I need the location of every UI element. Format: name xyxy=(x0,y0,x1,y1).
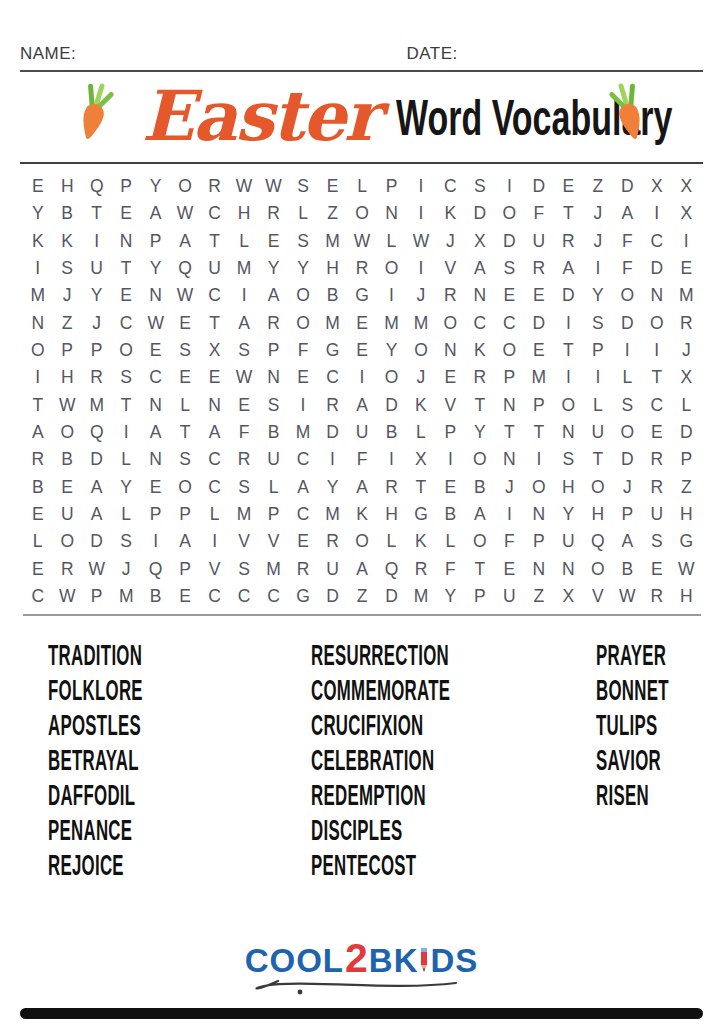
grid-cell-r14c12[interactable]: O xyxy=(347,528,376,555)
grid-cell-r11c9[interactable]: U xyxy=(259,446,288,473)
grid-cell-r14c7[interactable]: I xyxy=(200,528,229,555)
grid-cell-r9c4[interactable]: T xyxy=(111,392,140,419)
grid-cell-r5c16[interactable]: N xyxy=(465,282,494,309)
grid-cell-r2c21[interactable]: A xyxy=(613,200,642,227)
grid-cell-r1c18[interactable]: D xyxy=(524,173,553,200)
grid-cell-r14c18[interactable]: P xyxy=(524,528,553,555)
grid-cell-r9c17[interactable]: N xyxy=(495,392,524,419)
grid-cell-r7c19[interactable]: T xyxy=(554,337,583,364)
grid-cell-r4c19[interactable]: A xyxy=(554,255,583,282)
grid-cell-r12c15[interactable]: E xyxy=(436,473,465,500)
grid-cell-r6c12[interactable]: E xyxy=(347,310,376,337)
grid-cell-r10c12[interactable]: U xyxy=(347,419,376,446)
date-blank-line[interactable] xyxy=(458,44,703,64)
grid-cell-r4c13[interactable]: O xyxy=(377,255,406,282)
grid-cell-r16c3[interactable]: P xyxy=(82,583,111,610)
grid-cell-r14c20[interactable]: Q xyxy=(583,528,612,555)
grid-cell-r12c22[interactable]: R xyxy=(642,473,671,500)
grid-cell-r10c21[interactable]: O xyxy=(613,419,642,446)
grid-cell-r3c20[interactable]: J xyxy=(583,228,612,255)
grid-cell-r15c19[interactable]: N xyxy=(554,555,583,582)
grid-cell-r5c6[interactable]: W xyxy=(170,282,199,309)
grid-cell-r14c5[interactable]: I xyxy=(141,528,170,555)
grid-cell-r5c15[interactable]: R xyxy=(436,282,465,309)
grid-cell-r14c14[interactable]: K xyxy=(406,528,435,555)
grid-cell-r5c9[interactable]: A xyxy=(259,282,288,309)
grid-cell-r4c7[interactable]: U xyxy=(200,255,229,282)
grid-cell-r13c18[interactable]: N xyxy=(524,501,553,528)
grid-cell-r13c19[interactable]: Y xyxy=(554,501,583,528)
grid-cell-r2c20[interactable]: J xyxy=(583,200,612,227)
grid-cell-r9c12[interactable]: A xyxy=(347,392,376,419)
name-blank-line[interactable] xyxy=(76,44,406,64)
grid-cell-r11c13[interactable]: I xyxy=(377,446,406,473)
grid-cell-r9c2[interactable]: W xyxy=(52,392,81,419)
grid-cell-r6c1[interactable]: N xyxy=(23,310,52,337)
grid-cell-r6c6[interactable]: E xyxy=(170,310,199,337)
grid-cell-r10c1[interactable]: A xyxy=(23,419,52,446)
grid-cell-r16c15[interactable]: Y xyxy=(436,583,465,610)
grid-cell-r9c6[interactable]: L xyxy=(170,392,199,419)
grid-cell-r1c3[interactable]: Q xyxy=(82,173,111,200)
grid-cell-r6c17[interactable]: C xyxy=(495,310,524,337)
grid-cell-r5c20[interactable]: Y xyxy=(583,282,612,309)
grid-cell-r13c20[interactable]: H xyxy=(583,501,612,528)
grid-cell-r11c17[interactable]: N xyxy=(495,446,524,473)
grid-cell-r8c6[interactable]: E xyxy=(170,364,199,391)
grid-cell-r8c1[interactable]: I xyxy=(23,364,52,391)
grid-cell-r8c11[interactable]: C xyxy=(318,364,347,391)
grid-cell-r4c15[interactable]: V xyxy=(436,255,465,282)
grid-cell-r13c7[interactable]: L xyxy=(200,501,229,528)
grid-cell-r8c16[interactable]: R xyxy=(465,364,494,391)
grid-cell-r7c21[interactable]: I xyxy=(613,337,642,364)
grid-cell-r2c12[interactable]: O xyxy=(347,200,376,227)
grid-cell-r13c3[interactable]: A xyxy=(82,501,111,528)
grid-cell-r7c2[interactable]: P xyxy=(52,337,81,364)
grid-cell-r16c19[interactable]: X xyxy=(554,583,583,610)
grid-cell-r16c7[interactable]: C xyxy=(200,583,229,610)
grid-cell-r8c5[interactable]: C xyxy=(141,364,170,391)
grid-cell-r3c14[interactable]: W xyxy=(406,228,435,255)
grid-cell-r3c12[interactable]: W xyxy=(347,228,376,255)
grid-cell-r9c19[interactable]: O xyxy=(554,392,583,419)
grid-cell-r13c1[interactable]: E xyxy=(23,501,52,528)
grid-cell-r5c14[interactable]: J xyxy=(406,282,435,309)
grid-cell-r12c4[interactable]: Y xyxy=(111,473,140,500)
grid-cell-r12c12[interactable]: A xyxy=(347,473,376,500)
grid-cell-r7c11[interactable]: G xyxy=(318,337,347,364)
grid-cell-r6c14[interactable]: M xyxy=(406,310,435,337)
grid-cell-r11c14[interactable]: X xyxy=(406,446,435,473)
grid-cell-r3c3[interactable]: I xyxy=(82,228,111,255)
grid-cell-r1c13[interactable]: P xyxy=(377,173,406,200)
grid-cell-r11c16[interactable]: O xyxy=(465,446,494,473)
grid-cell-r1c11[interactable]: E xyxy=(318,173,347,200)
grid-cell-r11c20[interactable]: T xyxy=(583,446,612,473)
grid-cell-r11c15[interactable]: I xyxy=(436,446,465,473)
grid-cell-r4c10[interactable]: Y xyxy=(288,255,317,282)
grid-cell-r16c14[interactable]: M xyxy=(406,583,435,610)
grid-cell-r6c2[interactable]: Z xyxy=(52,310,81,337)
grid-cell-r12c17[interactable]: J xyxy=(495,473,524,500)
grid-cell-r5c22[interactable]: N xyxy=(642,282,671,309)
grid-cell-r10c22[interactable]: E xyxy=(642,419,671,446)
grid-cell-r4c16[interactable]: A xyxy=(465,255,494,282)
grid-cell-r5c13[interactable]: I xyxy=(377,282,406,309)
grid-cell-r4c12[interactable]: R xyxy=(347,255,376,282)
grid-cell-r10c3[interactable]: Q xyxy=(82,419,111,446)
grid-cell-r8c4[interactable]: S xyxy=(111,364,140,391)
grid-cell-r3c6[interactable]: A xyxy=(170,228,199,255)
grid-cell-r15c16[interactable]: T xyxy=(465,555,494,582)
grid-cell-r6c19[interactable]: I xyxy=(554,310,583,337)
grid-cell-r10c16[interactable]: Y xyxy=(465,419,494,446)
grid-cell-r7c17[interactable]: O xyxy=(495,337,524,364)
grid-cell-r13c16[interactable]: A xyxy=(465,501,494,528)
grid-cell-r1c17[interactable]: I xyxy=(495,173,524,200)
grid-cell-r14c6[interactable]: A xyxy=(170,528,199,555)
grid-cell-r13c15[interactable]: B xyxy=(436,501,465,528)
grid-cell-r15c7[interactable]: V xyxy=(200,555,229,582)
grid-cell-r16c1[interactable]: C xyxy=(23,583,52,610)
grid-cell-r8c14[interactable]: J xyxy=(406,364,435,391)
grid-cell-r11c7[interactable]: C xyxy=(200,446,229,473)
grid-cell-r6c7[interactable]: T xyxy=(200,310,229,337)
grid-cell-r12c20[interactable]: O xyxy=(583,473,612,500)
grid-cell-r15c15[interactable]: F xyxy=(436,555,465,582)
grid-cell-r6c4[interactable]: C xyxy=(111,310,140,337)
grid-cell-r6c10[interactable]: O xyxy=(288,310,317,337)
grid-cell-r7c10[interactable]: F xyxy=(288,337,317,364)
grid-cell-r8c20[interactable]: I xyxy=(583,364,612,391)
grid-cell-r8c7[interactable]: E xyxy=(200,364,229,391)
grid-cell-r1c21[interactable]: D xyxy=(613,173,642,200)
grid-cell-r8c18[interactable]: M xyxy=(524,364,553,391)
grid-cell-r3c5[interactable]: P xyxy=(141,228,170,255)
grid-cell-r15c8[interactable]: S xyxy=(229,555,258,582)
grid-cell-r9c7[interactable]: N xyxy=(200,392,229,419)
grid-cell-r1c12[interactable]: L xyxy=(347,173,376,200)
grid-cell-r13c12[interactable]: K xyxy=(347,501,376,528)
grid-cell-r9c8[interactable]: E xyxy=(229,392,258,419)
grid-cell-r4c22[interactable]: D xyxy=(642,255,671,282)
grid-cell-r10c6[interactable]: T xyxy=(170,419,199,446)
grid-cell-r12c18[interactable]: O xyxy=(524,473,553,500)
grid-cell-r13c17[interactable]: I xyxy=(495,501,524,528)
grid-cell-r2c2[interactable]: B xyxy=(52,200,81,227)
grid-cell-r13c2[interactable]: U xyxy=(52,501,81,528)
grid-cell-r10c17[interactable]: T xyxy=(495,419,524,446)
grid-cell-r14c9[interactable]: V xyxy=(259,528,288,555)
grid-cell-r3c11[interactable]: M xyxy=(318,228,347,255)
grid-cell-r9c15[interactable]: V xyxy=(436,392,465,419)
grid-cell-r14c8[interactable]: V xyxy=(229,528,258,555)
grid-cell-r10c7[interactable]: A xyxy=(200,419,229,446)
grid-cell-r9c21[interactable]: S xyxy=(613,392,642,419)
grid-cell-r12c21[interactable]: J xyxy=(613,473,642,500)
grid-cell-r1c15[interactable]: C xyxy=(436,173,465,200)
grid-cell-r14c10[interactable]: E xyxy=(288,528,317,555)
grid-cell-r3c15[interactable]: J xyxy=(436,228,465,255)
grid-cell-r12c8[interactable]: S xyxy=(229,473,258,500)
grid-cell-r5c4[interactable]: E xyxy=(111,282,140,309)
grid-cell-r2c17[interactable]: O xyxy=(495,200,524,227)
grid-cell-r7c9[interactable]: P xyxy=(259,337,288,364)
grid-cell-r9c18[interactable]: P xyxy=(524,392,553,419)
grid-cell-r1c2[interactable]: H xyxy=(52,173,81,200)
grid-cell-r9c22[interactable]: C xyxy=(642,392,671,419)
grid-cell-r8c12[interactable]: I xyxy=(347,364,376,391)
grid-cell-r1c16[interactable]: S xyxy=(465,173,494,200)
grid-cell-r7c12[interactable]: E xyxy=(347,337,376,364)
grid-cell-r11c1[interactable]: R xyxy=(23,446,52,473)
grid-cell-r9c13[interactable]: D xyxy=(377,392,406,419)
grid-cell-r1c19[interactable]: E xyxy=(554,173,583,200)
grid-cell-r10c2[interactable]: O xyxy=(52,419,81,446)
grid-cell-r5c17[interactable]: E xyxy=(495,282,524,309)
grid-cell-r5c11[interactable]: B xyxy=(318,282,347,309)
grid-cell-r14c21[interactable]: A xyxy=(613,528,642,555)
grid-cell-r16c17[interactable]: U xyxy=(495,583,524,610)
grid-cell-r10c11[interactable]: D xyxy=(318,419,347,446)
grid-cell-r15c4[interactable]: J xyxy=(111,555,140,582)
grid-cell-r2c6[interactable]: W xyxy=(170,200,199,227)
grid-cell-r14c2[interactable]: O xyxy=(52,528,81,555)
grid-cell-r4c3[interactable]: U xyxy=(82,255,111,282)
grid-cell-r16c16[interactable]: P xyxy=(465,583,494,610)
grid-cell-r8c15[interactable]: E xyxy=(436,364,465,391)
grid-cell-r2c4[interactable]: E xyxy=(111,200,140,227)
grid-cell-r13c21[interactable]: P xyxy=(613,501,642,528)
grid-cell-r3c16[interactable]: X xyxy=(465,228,494,255)
grid-cell-r6c3[interactable]: J xyxy=(82,310,111,337)
grid-cell-r3c10[interactable]: S xyxy=(288,228,317,255)
grid-cell-r14c15[interactable]: L xyxy=(436,528,465,555)
grid-cell-r6c21[interactable]: D xyxy=(613,310,642,337)
grid-cell-r10c18[interactable]: T xyxy=(524,419,553,446)
grid-cell-r16c12[interactable]: Z xyxy=(347,583,376,610)
grid-cell-r7c22[interactable]: I xyxy=(642,337,671,364)
grid-cell-r12c3[interactable]: A xyxy=(82,473,111,500)
grid-cell-r14c4[interactable]: S xyxy=(111,528,140,555)
grid-cell-r16c20[interactable]: V xyxy=(583,583,612,610)
grid-cell-r4c2[interactable]: S xyxy=(52,255,81,282)
grid-cell-r15c9[interactable]: M xyxy=(259,555,288,582)
grid-cell-r5c1[interactable]: M xyxy=(23,282,52,309)
grid-cell-r13c8[interactable]: M xyxy=(229,501,258,528)
grid-cell-r4c8[interactable]: M xyxy=(229,255,258,282)
grid-cell-r15c23[interactable]: W xyxy=(672,555,701,582)
grid-cell-r12c10[interactable]: A xyxy=(288,473,317,500)
grid-cell-r1c22[interactable]: X xyxy=(642,173,671,200)
grid-cell-r15c1[interactable]: E xyxy=(23,555,52,582)
grid-cell-r15c18[interactable]: N xyxy=(524,555,553,582)
grid-cell-r11c18[interactable]: I xyxy=(524,446,553,473)
grid-cell-r9c11[interactable]: R xyxy=(318,392,347,419)
grid-cell-r6c23[interactable]: R xyxy=(672,310,701,337)
grid-cell-r16c2[interactable]: W xyxy=(52,583,81,610)
grid-cell-r3c19[interactable]: R xyxy=(554,228,583,255)
grid-cell-r16c8[interactable]: C xyxy=(229,583,258,610)
grid-cell-r1c4[interactable]: P xyxy=(111,173,140,200)
grid-cell-r16c11[interactable]: D xyxy=(318,583,347,610)
grid-cell-r15c22[interactable]: E xyxy=(642,555,671,582)
grid-cell-r3c9[interactable]: E xyxy=(259,228,288,255)
grid-cell-r3c4[interactable]: N xyxy=(111,228,140,255)
grid-cell-r13c11[interactable]: M xyxy=(318,501,347,528)
grid-cell-r4c9[interactable]: Y xyxy=(259,255,288,282)
grid-cell-r5c12[interactable]: G xyxy=(347,282,376,309)
grid-cell-r14c1[interactable]: L xyxy=(23,528,52,555)
grid-cell-r15c12[interactable]: A xyxy=(347,555,376,582)
grid-cell-r1c23[interactable]: X xyxy=(672,173,701,200)
grid-cell-r1c8[interactable]: W xyxy=(229,173,258,200)
grid-cell-r14c11[interactable]: R xyxy=(318,528,347,555)
grid-cell-r12c14[interactable]: T xyxy=(406,473,435,500)
grid-cell-r6c5[interactable]: W xyxy=(141,310,170,337)
grid-cell-r1c1[interactable]: E xyxy=(23,173,52,200)
grid-cell-r11c5[interactable]: N xyxy=(141,446,170,473)
grid-cell-r6c20[interactable]: S xyxy=(583,310,612,337)
grid-cell-r1c9[interactable]: W xyxy=(259,173,288,200)
grid-cell-r14c3[interactable]: D xyxy=(82,528,111,555)
grid-cell-r16c21[interactable]: W xyxy=(613,583,642,610)
grid-cell-r10c9[interactable]: B xyxy=(259,419,288,446)
grid-cell-r2c9[interactable]: R xyxy=(259,200,288,227)
grid-cell-r15c14[interactable]: R xyxy=(406,555,435,582)
grid-cell-r2c16[interactable]: D xyxy=(465,200,494,227)
grid-cell-r9c16[interactable]: T xyxy=(465,392,494,419)
grid-cell-r4c11[interactable]: H xyxy=(318,255,347,282)
grid-cell-r2c23[interactable]: X xyxy=(672,200,701,227)
grid-cell-r12c23[interactable]: Z xyxy=(672,473,701,500)
grid-cell-r1c20[interactable]: Z xyxy=(583,173,612,200)
grid-cell-r13c14[interactable]: G xyxy=(406,501,435,528)
grid-cell-r12c5[interactable]: E xyxy=(141,473,170,500)
grid-cell-r12c13[interactable]: R xyxy=(377,473,406,500)
grid-cell-r5c19[interactable]: D xyxy=(554,282,583,309)
grid-cell-r7c6[interactable]: S xyxy=(170,337,199,364)
grid-cell-r14c17[interactable]: F xyxy=(495,528,524,555)
grid-cell-r8c3[interactable]: R xyxy=(82,364,111,391)
grid-cell-r8c10[interactable]: E xyxy=(288,364,317,391)
grid-cell-r11c19[interactable]: S xyxy=(554,446,583,473)
grid-cell-r7c1[interactable]: O xyxy=(23,337,52,364)
grid-cell-r6c18[interactable]: D xyxy=(524,310,553,337)
grid-cell-r16c6[interactable]: E xyxy=(170,583,199,610)
grid-cell-r11c8[interactable]: R xyxy=(229,446,258,473)
grid-cell-r14c22[interactable]: S xyxy=(642,528,671,555)
grid-cell-r15c3[interactable]: W xyxy=(82,555,111,582)
grid-cell-r16c23[interactable]: H xyxy=(672,583,701,610)
grid-cell-r9c5[interactable]: N xyxy=(141,392,170,419)
grid-cell-r13c13[interactable]: H xyxy=(377,501,406,528)
grid-cell-r11c10[interactable]: C xyxy=(288,446,317,473)
grid-cell-r2c11[interactable]: Z xyxy=(318,200,347,227)
grid-cell-r15c13[interactable]: Q xyxy=(377,555,406,582)
grid-cell-r4c23[interactable]: E xyxy=(672,255,701,282)
grid-cell-r10c10[interactable]: M xyxy=(288,419,317,446)
grid-cell-r13c23[interactable]: H xyxy=(672,501,701,528)
grid-cell-r15c21[interactable]: B xyxy=(613,555,642,582)
grid-cell-r13c5[interactable]: P xyxy=(141,501,170,528)
grid-cell-r10c23[interactable]: D xyxy=(672,419,701,446)
grid-cell-r5c10[interactable]: O xyxy=(288,282,317,309)
grid-cell-r7c14[interactable]: O xyxy=(406,337,435,364)
grid-cell-r16c4[interactable]: M xyxy=(111,583,140,610)
grid-cell-r2c13[interactable]: N xyxy=(377,200,406,227)
grid-cell-r5c3[interactable]: Y xyxy=(82,282,111,309)
grid-cell-r15c11[interactable]: U xyxy=(318,555,347,582)
grid-cell-r7c7[interactable]: X xyxy=(200,337,229,364)
grid-cell-r11c2[interactable]: B xyxy=(52,446,81,473)
grid-cell-r8c8[interactable]: W xyxy=(229,364,258,391)
grid-cell-r4c18[interactable]: R xyxy=(524,255,553,282)
grid-cell-r5c18[interactable]: E xyxy=(524,282,553,309)
grid-cell-r6c13[interactable]: M xyxy=(377,310,406,337)
grid-cell-r12c6[interactable]: O xyxy=(170,473,199,500)
grid-cell-r11c12[interactable]: F xyxy=(347,446,376,473)
grid-cell-r9c14[interactable]: K xyxy=(406,392,435,419)
grid-cell-r16c13[interactable]: D xyxy=(377,583,406,610)
grid-cell-r4c20[interactable]: I xyxy=(583,255,612,282)
grid-cell-r3c8[interactable]: L xyxy=(229,228,258,255)
grid-cell-r11c23[interactable]: P xyxy=(672,446,701,473)
grid-cell-r4c17[interactable]: S xyxy=(495,255,524,282)
grid-cell-r7c3[interactable]: P xyxy=(82,337,111,364)
grid-cell-r6c15[interactable]: O xyxy=(436,310,465,337)
grid-cell-r2c14[interactable]: I xyxy=(406,200,435,227)
grid-cell-r6c8[interactable]: A xyxy=(229,310,258,337)
grid-cell-r9c23[interactable]: L xyxy=(672,392,701,419)
grid-cell-r11c4[interactable]: L xyxy=(111,446,140,473)
grid-cell-r9c20[interactable]: L xyxy=(583,392,612,419)
grid-cell-r7c5[interactable]: E xyxy=(141,337,170,364)
grid-cell-r15c17[interactable]: E xyxy=(495,555,524,582)
grid-cell-r6c9[interactable]: R xyxy=(259,310,288,337)
grid-cell-r4c21[interactable]: F xyxy=(613,255,642,282)
grid-cell-r9c3[interactable]: M xyxy=(82,392,111,419)
grid-cell-r8c19[interactable]: I xyxy=(554,364,583,391)
grid-cell-r8c9[interactable]: N xyxy=(259,364,288,391)
grid-cell-r9c1[interactable]: T xyxy=(23,392,52,419)
grid-cell-r2c22[interactable]: I xyxy=(642,200,671,227)
grid-cell-r1c7[interactable]: R xyxy=(200,173,229,200)
grid-cell-r16c9[interactable]: C xyxy=(259,583,288,610)
grid-cell-r9c10[interactable]: I xyxy=(288,392,317,419)
grid-cell-r7c20[interactable]: P xyxy=(583,337,612,364)
grid-cell-r8c21[interactable]: L xyxy=(613,364,642,391)
grid-cell-r12c2[interactable]: E xyxy=(52,473,81,500)
grid-cell-r15c2[interactable]: R xyxy=(52,555,81,582)
grid-cell-r3c1[interactable]: K xyxy=(23,228,52,255)
grid-cell-r3c18[interactable]: U xyxy=(524,228,553,255)
grid-cell-r9c9[interactable]: S xyxy=(259,392,288,419)
grid-cell-r7c18[interactable]: E xyxy=(524,337,553,364)
grid-cell-r2c18[interactable]: F xyxy=(524,200,553,227)
grid-cell-r2c15[interactable]: K xyxy=(436,200,465,227)
grid-cell-r8c2[interactable]: H xyxy=(52,364,81,391)
grid-cell-r4c6[interactable]: Q xyxy=(170,255,199,282)
grid-cell-r8c22[interactable]: T xyxy=(642,364,671,391)
grid-cell-r7c4[interactable]: O xyxy=(111,337,140,364)
grid-cell-r10c14[interactable]: L xyxy=(406,419,435,446)
grid-cell-r11c11[interactable]: I xyxy=(318,446,347,473)
grid-cell-r3c21[interactable]: F xyxy=(613,228,642,255)
grid-cell-r13c10[interactable]: C xyxy=(288,501,317,528)
grid-cell-r14c13[interactable]: L xyxy=(377,528,406,555)
